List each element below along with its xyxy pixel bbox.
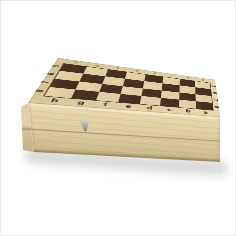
- box-seam-line: [31, 129, 220, 143]
- board-square: [179, 100, 197, 109]
- chessboard-grid: [43, 63, 214, 110]
- chess-box-product-photo: hgfedcba hgfedcba 5678 5678: [0, 0, 236, 236]
- board-square: [160, 98, 179, 107]
- board-square: [196, 101, 213, 110]
- clasp-icon: [81, 120, 89, 132]
- board-square: [140, 96, 161, 106]
- board-square: [71, 89, 99, 100]
- board-square: [96, 92, 121, 102]
- board-square: [118, 94, 141, 104]
